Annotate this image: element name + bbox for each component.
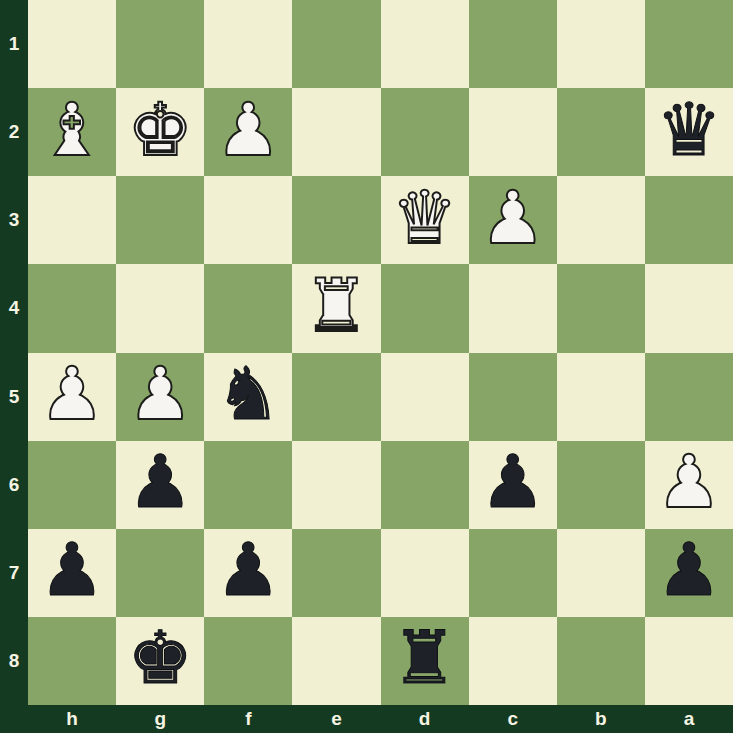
square-e4[interactable]: ♜: [292, 264, 380, 352]
rank-label-3: 3: [0, 176, 28, 264]
square-g2[interactable]: ♚: [116, 88, 204, 176]
square-a3[interactable]: [645, 176, 733, 264]
piece-black-knight[interactable]: ♞: [216, 357, 281, 430]
square-g5[interactable]: ♟: [116, 353, 204, 441]
square-d1[interactable]: [381, 0, 469, 88]
square-a7[interactable]: ♟: [645, 529, 733, 617]
square-b6[interactable]: [557, 441, 645, 529]
square-b5[interactable]: [557, 353, 645, 441]
file-label-d: d: [381, 705, 469, 733]
square-a6[interactable]: ♟: [645, 441, 733, 529]
square-e6[interactable]: [292, 441, 380, 529]
piece-white-king[interactable]: ♚: [127, 93, 192, 166]
square-a1[interactable]: [645, 0, 733, 88]
piece-black-pawn[interactable]: ♟: [39, 533, 104, 606]
file-label-f: f: [204, 705, 292, 733]
file-label-b: b: [557, 705, 645, 733]
piece-white-pawn[interactable]: ♟: [216, 93, 281, 166]
square-d6[interactable]: [381, 441, 469, 529]
file-label-c: c: [469, 705, 557, 733]
rank-label-6: 6: [0, 441, 28, 529]
rank-label-4: 4: [0, 264, 28, 352]
square-e5[interactable]: [292, 353, 380, 441]
square-c5[interactable]: [469, 353, 557, 441]
square-d8[interactable]: ♜: [381, 617, 469, 705]
square-h6[interactable]: [28, 441, 116, 529]
square-g3[interactable]: [116, 176, 204, 264]
square-e7[interactable]: [292, 529, 380, 617]
rank-label-8: 8: [0, 617, 28, 705]
square-e2[interactable]: [292, 88, 380, 176]
square-b3[interactable]: [557, 176, 645, 264]
square-h1[interactable]: [28, 0, 116, 88]
square-f2[interactable]: ♟: [204, 88, 292, 176]
square-f3[interactable]: [204, 176, 292, 264]
square-g4[interactable]: [116, 264, 204, 352]
square-d7[interactable]: [381, 529, 469, 617]
square-d3[interactable]: ♛: [381, 176, 469, 264]
piece-white-pawn[interactable]: ♟: [480, 181, 545, 254]
square-h4[interactable]: [28, 264, 116, 352]
square-b8[interactable]: [557, 617, 645, 705]
square-g6[interactable]: ♟: [116, 441, 204, 529]
chess-app: 12♝♚♟♛3♛♟4♜5♟♟♞6♟♟♟7♟♟♟8♚♜hgfedcba: [0, 0, 733, 733]
square-a8[interactable]: [645, 617, 733, 705]
piece-black-pawn[interactable]: ♟: [216, 533, 281, 606]
chess-board: 12♝♚♟♛3♛♟4♜5♟♟♞6♟♟♟7♟♟♟8♚♜hgfedcba: [0, 0, 733, 733]
piece-black-queen[interactable]: ♛: [656, 93, 721, 166]
piece-black-rook[interactable]: ♜: [392, 621, 457, 694]
square-b2[interactable]: [557, 88, 645, 176]
square-e3[interactable]: [292, 176, 380, 264]
piece-white-pawn[interactable]: ♟: [39, 357, 104, 430]
square-f7[interactable]: ♟: [204, 529, 292, 617]
square-f4[interactable]: [204, 264, 292, 352]
square-e1[interactable]: [292, 0, 380, 88]
square-d5[interactable]: [381, 353, 469, 441]
square-a2[interactable]: ♛: [645, 88, 733, 176]
square-b4[interactable]: [557, 264, 645, 352]
piece-white-rook[interactable]: ♜: [304, 269, 369, 342]
square-f5[interactable]: ♞: [204, 353, 292, 441]
piece-white-queen[interactable]: ♛: [392, 181, 457, 254]
piece-black-pawn[interactable]: ♟: [480, 445, 545, 518]
square-g1[interactable]: [116, 0, 204, 88]
square-h3[interactable]: [28, 176, 116, 264]
square-g7[interactable]: [116, 529, 204, 617]
square-f6[interactable]: [204, 441, 292, 529]
square-g8[interactable]: ♚: [116, 617, 204, 705]
piece-black-pawn[interactable]: ♟: [656, 533, 721, 606]
square-h8[interactable]: [28, 617, 116, 705]
square-c2[interactable]: [469, 88, 557, 176]
board-corner: [0, 705, 28, 733]
square-f8[interactable]: [204, 617, 292, 705]
square-f1[interactable]: [204, 0, 292, 88]
square-e8[interactable]: [292, 617, 380, 705]
piece-black-pawn[interactable]: ♟: [127, 445, 192, 518]
file-label-e: e: [292, 705, 380, 733]
square-c8[interactable]: [469, 617, 557, 705]
rank-label-5: 5: [0, 353, 28, 441]
rank-label-2: 2: [0, 88, 28, 176]
piece-white-pawn[interactable]: ♟: [656, 445, 721, 518]
piece-white-pawn[interactable]: ♟: [127, 357, 192, 430]
square-d4[interactable]: [381, 264, 469, 352]
square-c1[interactable]: [469, 0, 557, 88]
square-c3[interactable]: ♟: [469, 176, 557, 264]
rank-label-7: 7: [0, 529, 28, 617]
piece-black-king[interactable]: ♚: [127, 621, 192, 694]
file-label-a: a: [645, 705, 733, 733]
square-b7[interactable]: [557, 529, 645, 617]
square-c4[interactable]: [469, 264, 557, 352]
square-b1[interactable]: [557, 0, 645, 88]
square-h2[interactable]: ♝: [28, 88, 116, 176]
square-h7[interactable]: ♟: [28, 529, 116, 617]
square-c7[interactable]: [469, 529, 557, 617]
square-a4[interactable]: [645, 264, 733, 352]
square-c6[interactable]: ♟: [469, 441, 557, 529]
rank-label-1: 1: [0, 0, 28, 88]
square-d2[interactable]: [381, 88, 469, 176]
square-a5[interactable]: [645, 353, 733, 441]
square-h5[interactable]: ♟: [28, 353, 116, 441]
piece-white-bishop[interactable]: ♝: [39, 93, 104, 166]
file-label-g: g: [116, 705, 204, 733]
file-label-h: h: [28, 705, 116, 733]
